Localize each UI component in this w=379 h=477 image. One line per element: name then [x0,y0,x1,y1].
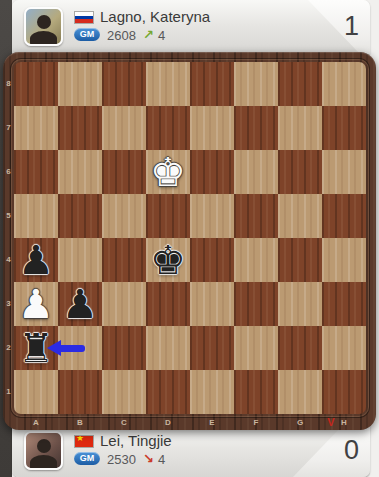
square-g3[interactable] [278,282,322,326]
square-b7[interactable] [58,106,102,150]
red-v-marker: V [323,415,339,429]
square-d6[interactable]: ♚ [146,150,190,194]
square-f4[interactable] [234,238,278,282]
square-e4[interactable] [190,238,234,282]
square-a6[interactable] [14,150,58,194]
square-g7[interactable] [278,106,322,150]
square-h6[interactable] [322,150,366,194]
square-d1[interactable] [146,370,190,414]
avatar-silhouette [37,439,51,453]
square-f7[interactable] [234,106,278,150]
square-a4[interactable]: ♟ [14,238,58,282]
square-h5[interactable] [322,194,366,238]
chess-board-frame: ♚♟♚♟♟♜ 87654321 ABCDEFGH V [3,52,376,430]
broadcast-board-widget: Lagno, Kateryna GM 2608 ↗ 4 1 ★ Lei, Tin… [0,0,379,477]
square-a3[interactable]: ♟ [14,282,58,326]
square-g8[interactable] [278,62,322,106]
flag-star-icon: ★ [76,435,84,444]
bottom-player-rating: 2530 [107,452,136,467]
rank-label-8: 8 [4,62,13,106]
rating-up-arrow-icon: ↗ [143,27,154,42]
square-d5[interactable] [146,194,190,238]
avatar-silhouette [30,31,57,46]
square-g2[interactable] [278,326,322,370]
bottom-player-bar: ★ Lei, Tingjie GM 2530 ↘ 4 0 [12,424,370,477]
bottom-player-title-badge: GM [74,452,100,465]
square-c8[interactable] [102,62,146,106]
file-label-E: E [190,416,234,430]
file-label-C: C [102,416,146,430]
square-e2[interactable] [190,326,234,370]
square-f1[interactable] [234,370,278,414]
square-a8[interactable] [14,62,58,106]
square-f6[interactable] [234,150,278,194]
file-label-F: F [234,416,278,430]
square-h1[interactable] [322,370,366,414]
square-a7[interactable] [14,106,58,150]
square-d2[interactable] [146,326,190,370]
square-g1[interactable] [278,370,322,414]
square-d3[interactable] [146,282,190,326]
square-e3[interactable] [190,282,234,326]
square-f5[interactable] [234,194,278,238]
square-c4[interactable] [102,238,146,282]
square-h8[interactable] [322,62,366,106]
piece-black-pawn-b3[interactable]: ♟ [62,282,98,326]
square-a5[interactable] [14,194,58,238]
square-d8[interactable] [146,62,190,106]
square-b3[interactable]: ♟ [58,282,102,326]
file-label-D: D [146,416,190,430]
square-b6[interactable] [58,150,102,194]
rank-label-7: 7 [4,106,13,150]
square-h4[interactable] [322,238,366,282]
square-c1[interactable] [102,370,146,414]
rating-down-arrow-icon: ↘ [143,451,154,466]
top-player-avatar [24,7,63,46]
avatar-silhouette [30,455,57,470]
chess-board[interactable]: ♚♟♚♟♟♜ [14,62,366,414]
square-c6[interactable] [102,150,146,194]
file-label-A: A [14,416,58,430]
bottom-player-score: 0 [344,434,359,465]
square-b8[interactable] [58,62,102,106]
square-e1[interactable] [190,370,234,414]
top-player-score: 1 [344,11,359,42]
square-h2[interactable] [322,326,366,370]
file-label-G: G [278,416,322,430]
rank-label-6: 6 [4,150,13,194]
top-player-rating: 2608 [107,28,136,43]
square-b5[interactable] [58,194,102,238]
piece-white-pawn-a3[interactable]: ♟ [18,282,54,326]
square-c3[interactable] [102,282,146,326]
rank-label-2: 2 [4,326,13,370]
piece-black-pawn-a4[interactable]: ♟ [18,238,54,282]
square-e7[interactable] [190,106,234,150]
square-g6[interactable] [278,150,322,194]
bottom-player-rating-change: 4 [158,452,165,467]
square-f8[interactable] [234,62,278,106]
top-player-title-badge: GM [74,28,100,41]
piece-white-king-d6[interactable]: ♚ [150,150,186,194]
move-arrow-head [47,340,61,356]
square-c5[interactable] [102,194,146,238]
rank-label-4: 4 [4,238,13,282]
bottom-player-name: Lei, Tingjie [100,432,172,449]
rank-label-1: 1 [4,370,13,414]
move-arrow-line [60,345,85,352]
square-f3[interactable] [234,282,278,326]
file-label-B: B [58,416,102,430]
top-player-name: Lagno, Kateryna [100,8,210,25]
square-b1[interactable] [58,370,102,414]
top-player-rating-change: 4 [158,28,165,43]
square-f2[interactable] [234,326,278,370]
top-player-bar: Lagno, Kateryna GM 2608 ↗ 4 1 [12,0,370,54]
square-d4[interactable]: ♚ [146,238,190,282]
china-flag-icon: ★ [74,435,94,448]
rank-label-5: 5 [4,194,13,238]
bottom-player-score-panel: 0 [292,424,370,477]
rank-label-3: 3 [4,282,13,326]
square-a1[interactable] [14,370,58,414]
square-h7[interactable] [322,106,366,150]
square-b4[interactable] [58,238,102,282]
square-h3[interactable] [322,282,366,326]
square-c2[interactable] [102,326,146,370]
square-c7[interactable] [102,106,146,150]
top-player-score-panel: 1 [292,0,370,54]
bottom-player-avatar [24,431,63,470]
square-d7[interactable] [146,106,190,150]
avatar-silhouette [37,15,51,29]
square-e5[interactable] [190,194,234,238]
square-g5[interactable] [278,194,322,238]
square-g4[interactable] [278,238,322,282]
square-e6[interactable] [190,150,234,194]
russia-flag-icon [74,11,94,24]
square-e8[interactable] [190,62,234,106]
piece-black-king-d4[interactable]: ♚ [150,238,186,282]
